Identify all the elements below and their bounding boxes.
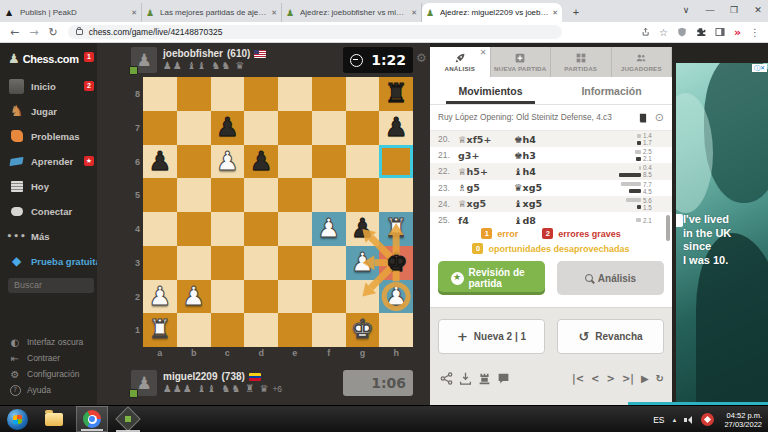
move-row-21[interactable]: 21.g3+♚h32.52.1 bbox=[430, 147, 672, 163]
b-time: 1.7 bbox=[604, 140, 658, 146]
black-move[interactable]: ♝d8 bbox=[514, 215, 586, 224]
analysis-button[interactable]: Análisis bbox=[557, 261, 664, 295]
black-move[interactable]: ♚h4 bbox=[514, 134, 586, 145]
w-time: 1.4 bbox=[604, 133, 658, 139]
logo-brand: Chess.com bbox=[23, 53, 79, 65]
square-g7[interactable] bbox=[346, 111, 380, 145]
move-row-25[interactable]: 25.f4♝d82.1 bbox=[430, 212, 672, 224]
top-player-clock: 1:22 bbox=[343, 47, 413, 73]
bottom-captured-pieces: ♟♟♟ ♝♝ ♞♞ ♜ ♛+6 bbox=[163, 383, 282, 394]
square-c3[interactable] bbox=[211, 246, 245, 280]
move-times: 2.52.1 bbox=[604, 149, 658, 162]
move-number: 22. bbox=[438, 166, 458, 176]
square-d3[interactable] bbox=[244, 246, 278, 280]
board-settings-gear-icon[interactable]: ⚙ bbox=[416, 51, 427, 65]
avatar-pawn-icon: ♟ bbox=[136, 50, 151, 70]
white-move[interactable]: ♕h5+ bbox=[458, 166, 514, 177]
time-value: 2.5 bbox=[641, 148, 658, 155]
sidebar-item-label: Inicio bbox=[31, 81, 56, 92]
summary-count: 2 bbox=[542, 228, 553, 239]
avatar-icon bbox=[9, 79, 24, 94]
time-value: 2.1 bbox=[641, 155, 658, 162]
menu-dots-icon[interactable]: ⋮ bbox=[750, 27, 760, 38]
square-d6[interactable]: ♟ bbox=[244, 145, 278, 179]
ad-text-line: in the UK bbox=[683, 227, 731, 241]
square-b8[interactable] bbox=[177, 77, 211, 111]
square-g6[interactable] bbox=[346, 145, 380, 179]
chess-pawn-favicon: ♟ bbox=[426, 8, 436, 18]
move-times: 7.74.5 bbox=[604, 181, 658, 194]
rank-label-2: 2 bbox=[129, 292, 140, 302]
ad-art bbox=[676, 214, 683, 227]
black-move[interactable]: ♚h3 bbox=[514, 150, 586, 161]
ve-flag-icon bbox=[249, 373, 261, 381]
square-e7[interactable] bbox=[278, 111, 312, 145]
notification-badge: 1 bbox=[84, 52, 94, 62]
square-b4[interactable] bbox=[177, 212, 211, 246]
square-e2[interactable] bbox=[278, 280, 312, 314]
prev-move-icon[interactable]: < bbox=[591, 373, 599, 384]
white-move[interactable]: f4 bbox=[458, 215, 514, 224]
tray-time: 04:52 p.m. bbox=[724, 411, 762, 420]
white-move[interactable]: ♕xg5 bbox=[458, 198, 514, 209]
sidebar-footer-ayuda[interactable]: ?Ayuda bbox=[9, 383, 51, 397]
square-e3[interactable] bbox=[278, 246, 312, 280]
player-username: joebobfisher bbox=[163, 48, 223, 59]
square-h2[interactable]: ♟ bbox=[379, 280, 413, 314]
square-e1[interactable] bbox=[278, 313, 312, 347]
square-e4[interactable] bbox=[278, 212, 312, 246]
file-label-h: h bbox=[379, 348, 413, 358]
panel-tab-análisis[interactable]: ANÁLISIS✕ bbox=[430, 47, 491, 77]
tray-expand-icon[interactable]: ▲ bbox=[672, 417, 678, 423]
tab-title: Ajedrez: miguel2209 vs joebobfis bbox=[440, 8, 549, 17]
opening-name[interactable]: Ruy López Opening: Old Steinitz Defense,… bbox=[438, 113, 616, 122]
tab-row: ▲Publish | PeakD✕♟Las mejores partidas d… bbox=[2, 3, 562, 22]
knight-icon: ♞ bbox=[9, 104, 24, 119]
move-number: 20. bbox=[438, 134, 458, 144]
move-number: 25. bbox=[438, 215, 458, 224]
dots-icon: ••• bbox=[9, 229, 24, 244]
move-times: 0.48.5 bbox=[604, 165, 658, 178]
square-e8[interactable] bbox=[278, 77, 312, 111]
move-row-23[interactable]: 23.♗g5♛xg57.74.5 bbox=[430, 180, 672, 196]
white-move[interactable]: ♗g5 bbox=[458, 182, 514, 193]
b-time: 8.5 bbox=[604, 172, 658, 178]
window-controls: ∨ — ❐ ✕ bbox=[680, 0, 764, 20]
reload-icon[interactable]: ↻ bbox=[48, 26, 57, 39]
move-times: 5.61.5 bbox=[604, 197, 658, 210]
sidebar-item-label: Aprender bbox=[31, 156, 73, 167]
sidebar-item-label: Conectar bbox=[31, 206, 72, 217]
diamond-icon: ◆ bbox=[9, 254, 24, 269]
square-a5[interactable] bbox=[143, 178, 177, 212]
browser-tab[interactable]: ♟Ajedrez: miguel2209 vs joebobfis✕ bbox=[422, 3, 562, 22]
panel-tab-label: JUGADORES bbox=[621, 65, 662, 72]
opening-row: Ruy López Opening: Old Steinitz Defense,… bbox=[430, 105, 672, 131]
file-label-c: c bbox=[211, 348, 245, 358]
rematch-section: + Nueva 2 | 1 ↺ Revancha |<<>>|▶↻ bbox=[430, 307, 672, 406]
time-bar bbox=[626, 198, 641, 202]
tab-title: Publish | PeakD bbox=[20, 8, 128, 17]
black-pawn: ♟ bbox=[249, 145, 272, 179]
square-e5[interactable] bbox=[278, 178, 312, 212]
summary-count: 1 bbox=[481, 228, 492, 239]
summary-label: errores graves bbox=[558, 229, 621, 239]
forward-icon[interactable]: → bbox=[29, 26, 38, 39]
time-value: 2.1 bbox=[641, 217, 658, 224]
square-a2[interactable]: ♟ bbox=[143, 280, 177, 314]
captured-glyphs: ♟♟♟ ♝♝ ♞♞ ♜ ♛ bbox=[163, 383, 269, 394]
move-times: 1.41.7 bbox=[604, 133, 658, 146]
square-h8[interactable]: ♜ bbox=[379, 77, 413, 111]
square-h6[interactable] bbox=[379, 145, 413, 179]
square-e6[interactable] bbox=[278, 145, 312, 179]
rank-label-5: 5 bbox=[129, 190, 140, 200]
bookmark-star-icon[interactable]: ☆ bbox=[659, 27, 668, 38]
browser-tab[interactable]: ♟Ajedrez: joebobfisher vs miguel2✕ bbox=[282, 3, 422, 22]
close-icon[interactable]: ✕ bbox=[480, 48, 487, 57]
back-icon[interactable]: ← bbox=[10, 26, 19, 39]
game-review-button[interactable]: ★ Revisión de partida bbox=[438, 261, 545, 295]
sidebar-item-jugar[interactable]: ♞Jugar bbox=[9, 102, 94, 120]
square-c2[interactable] bbox=[211, 280, 245, 314]
file-label-d: d bbox=[244, 348, 278, 358]
time-bar bbox=[629, 189, 641, 193]
square-f2[interactable] bbox=[312, 280, 346, 314]
rank-label-1: 1 bbox=[129, 325, 140, 335]
square-c4[interactable] bbox=[211, 212, 245, 246]
panel-tab-partidas[interactable]: PARTIDAS bbox=[551, 47, 612, 77]
avatar-pawn-icon: ♟ bbox=[136, 373, 151, 393]
review-star-icon: ★ bbox=[451, 272, 464, 285]
sidebar-item-aprender[interactable]: Aprender★ bbox=[9, 152, 94, 170]
square-h3[interactable]: ♚ bbox=[379, 246, 413, 280]
square-h4[interactable]: ♜ bbox=[379, 212, 413, 246]
taskbar-photo-app[interactable] bbox=[112, 406, 144, 432]
move-number: 24. bbox=[438, 199, 458, 209]
players-icon bbox=[636, 53, 646, 63]
white-pawn: ♟ bbox=[317, 212, 340, 246]
rank-label-6: 6 bbox=[129, 157, 140, 167]
taskbar-clock[interactable]: 04:52 p.m. 27/03/2022 bbox=[724, 411, 762, 429]
top-player-name[interactable]: joebobfisher (610) bbox=[163, 48, 266, 59]
square-f7[interactable] bbox=[312, 111, 346, 145]
move-times-icon[interactable]: ⊙ bbox=[655, 111, 664, 124]
square-b5[interactable] bbox=[177, 178, 211, 212]
sidebar-item-inicio[interactable]: Inicio2 bbox=[9, 77, 94, 95]
b-time: 1.5 bbox=[604, 204, 658, 210]
new-game-button[interactable]: + Nueva 2 | 1 bbox=[438, 319, 545, 354]
white-rook: ♜ bbox=[384, 212, 407, 246]
square-f4[interactable]: ♟ bbox=[312, 212, 346, 246]
replay-icon[interactable]: ↻ bbox=[656, 373, 664, 384]
time-value: 8.5 bbox=[641, 171, 658, 178]
chesscom-logo[interactable]: ♟ Chess.com 1 bbox=[8, 51, 79, 66]
tray-app-icon[interactable] bbox=[701, 413, 714, 426]
square-d2[interactable] bbox=[244, 280, 278, 314]
new-tab-button[interactable]: + bbox=[568, 5, 584, 21]
tray-date: 27/03/2022 bbox=[724, 420, 762, 429]
time-value: 1.5 bbox=[641, 204, 658, 211]
tab-close-icon[interactable]: ✕ bbox=[131, 9, 137, 17]
tab-close-icon[interactable]: ✕ bbox=[411, 9, 417, 17]
square-c1[interactable] bbox=[211, 313, 245, 347]
hive-keychain-icon[interactable]: » bbox=[734, 26, 741, 39]
chat-icon bbox=[9, 204, 24, 219]
square-c6[interactable]: ♟ bbox=[211, 145, 245, 179]
top-player-avatar[interactable]: ♟ bbox=[131, 47, 157, 73]
rank-label-4: 4 bbox=[129, 224, 140, 234]
share-icon[interactable] bbox=[640, 27, 650, 37]
black-king: ♚ bbox=[384, 246, 407, 280]
white-pawn: ♟ bbox=[216, 145, 239, 179]
square-h7[interactable]: ♟ bbox=[379, 111, 413, 145]
move-row-20[interactable]: 20.♕xf5+♚h41.41.7 bbox=[430, 131, 672, 147]
grid-icon bbox=[576, 53, 586, 63]
logo-pawn-icon: ♟ bbox=[8, 51, 20, 66]
square-b1[interactable] bbox=[177, 313, 211, 347]
tab-informacion[interactable]: Información bbox=[551, 77, 672, 104]
square-d1[interactable] bbox=[244, 313, 278, 347]
sidebar-item-problemas[interactable]: Problemas bbox=[9, 127, 94, 145]
white-pawn: ♟ bbox=[182, 280, 205, 314]
square-b6[interactable] bbox=[177, 145, 211, 179]
graduation-cap-icon bbox=[9, 154, 24, 169]
square-h1[interactable] bbox=[379, 313, 413, 347]
player-rating: (610) bbox=[227, 48, 250, 59]
browser-tab-strip: ▲Publish | PeakD✕♟Las mejores partidas d… bbox=[0, 0, 768, 22]
square-g2[interactable] bbox=[346, 280, 380, 314]
chess-board[interactable]: ♜♟♟♟♟♟♟♟♜♟♚♟♟♟♜♚ bbox=[143, 77, 413, 347]
extension-puzzle-icon[interactable] bbox=[696, 27, 706, 37]
bottom-player-avatar[interactable]: ♟ bbox=[131, 370, 157, 396]
tab-close-icon[interactable]: ✕ bbox=[271, 9, 277, 17]
summary-label: oportunidades desaprovechadas bbox=[488, 244, 629, 254]
square-c8[interactable] bbox=[211, 77, 245, 111]
square-a4[interactable] bbox=[143, 212, 177, 246]
square-f8[interactable] bbox=[312, 77, 346, 111]
bottom-player-clock: 1:06 bbox=[343, 370, 413, 396]
game-summary: 1error2errores graves0oportunidades desa… bbox=[430, 226, 672, 256]
square-b7[interactable] bbox=[177, 111, 211, 145]
square-a8[interactable] bbox=[143, 77, 177, 111]
square-c7[interactable]: ♟ bbox=[211, 111, 245, 145]
sidebar-footer-interfaz-oscura[interactable]: ◐Interfaz oscura bbox=[9, 335, 83, 349]
share-icon[interactable] bbox=[440, 372, 453, 385]
square-g5[interactable] bbox=[346, 178, 380, 212]
white-rook: ♜ bbox=[148, 313, 171, 347]
square-a3[interactable] bbox=[143, 246, 177, 280]
browser-tab[interactable]: ♟Las mejores partidas de ajedrez c✕ bbox=[142, 3, 282, 22]
shield-icon[interactable] bbox=[677, 27, 687, 37]
last-move-icon[interactable]: >| bbox=[622, 373, 634, 384]
news-icon bbox=[9, 179, 24, 194]
black-move[interactable]: ♝xg5 bbox=[514, 198, 586, 209]
panel-tab-label: NUEVA PARTIDA bbox=[494, 65, 546, 72]
online-indicator bbox=[129, 66, 138, 75]
square-f3[interactable] bbox=[312, 246, 346, 280]
ad-art bbox=[704, 63, 768, 203]
move-list[interactable]: 20.♕xf5+♚h41.41.721.g3+♚h32.52.122.♕h5+♝… bbox=[430, 131, 672, 224]
maximize-button[interactable]: ❐ bbox=[728, 5, 740, 15]
square-b2[interactable]: ♟ bbox=[177, 280, 211, 314]
panel-tab-jugadores[interactable]: JUGADORES bbox=[612, 47, 673, 77]
w-time: 5.6 bbox=[604, 197, 658, 203]
square-a1[interactable]: ♜ bbox=[143, 313, 177, 347]
square-a7[interactable] bbox=[143, 111, 177, 145]
chess-pawn-favicon: ♟ bbox=[286, 8, 296, 18]
sidebar-item-más[interactable]: •••Más bbox=[9, 227, 94, 245]
peakd-favicon: ▲ bbox=[6, 8, 16, 18]
black-pawn: ♟ bbox=[384, 111, 407, 145]
w-time: 7.7 bbox=[604, 181, 658, 187]
bottom-player-name[interactable]: miguel2209 (738) bbox=[163, 371, 261, 382]
taskbar-chrome[interactable] bbox=[76, 406, 108, 432]
square-g8[interactable] bbox=[346, 77, 380, 111]
square-g1[interactable]: ♚ bbox=[346, 313, 380, 347]
plus-icon: + bbox=[457, 329, 468, 344]
windows-logo-icon bbox=[13, 415, 22, 425]
flip-board-icon[interactable] bbox=[478, 372, 491, 385]
taskbar-explorer[interactable] bbox=[38, 406, 70, 432]
autoplay-icon[interactable]: ▶ bbox=[641, 373, 649, 384]
tab-close-icon[interactable]: ✕ bbox=[552, 9, 558, 17]
tab-movimientos[interactable]: Movimientos bbox=[430, 77, 551, 104]
move-times: 2.1 bbox=[604, 217, 658, 223]
move-number: 23. bbox=[438, 183, 458, 193]
file-label-g: g bbox=[346, 348, 380, 358]
rematch-button[interactable]: ↺ Revancha bbox=[557, 319, 664, 354]
ad-banner[interactable]: I've livedin the UKsinceI was 10. ⓘ✕ bbox=[676, 63, 768, 405]
square-b3[interactable] bbox=[177, 246, 211, 280]
sidebar-item-conectar[interactable]: Conectar bbox=[9, 202, 94, 220]
w-time: 2.1 bbox=[604, 217, 658, 223]
time-value: 5.6 bbox=[641, 197, 658, 204]
sidebar-item-hoy[interactable]: Hoy bbox=[9, 177, 94, 195]
close-button[interactable]: ✕ bbox=[752, 5, 764, 15]
time-value: 1.4 bbox=[641, 132, 658, 139]
time-value: 7.7 bbox=[641, 181, 658, 188]
tab-search-icon[interactable]: ∨ bbox=[680, 5, 692, 15]
search-input[interactable]: Buscar bbox=[8, 278, 94, 293]
square-d7[interactable] bbox=[244, 111, 278, 145]
file-label-f: f bbox=[312, 348, 346, 358]
side-panel-icon[interactable] bbox=[715, 27, 725, 37]
square-c5[interactable] bbox=[211, 178, 245, 212]
square-f6[interactable] bbox=[312, 145, 346, 179]
footer-item-label: Contraer bbox=[27, 353, 60, 363]
black-move[interactable]: ♛xg5 bbox=[514, 182, 586, 193]
footer-item-label: Configuración bbox=[27, 369, 79, 379]
adchoices-icon[interactable]: ⓘ✕ bbox=[752, 64, 767, 72]
sidebar-item-prueba-gratuita[interactable]: ◆Prueba gratuita bbox=[9, 252, 94, 270]
w-time: 2.5 bbox=[604, 149, 658, 155]
time-value: 1.7 bbox=[641, 139, 658, 146]
square-f5[interactable] bbox=[312, 178, 346, 212]
start-button[interactable] bbox=[7, 409, 28, 430]
top-captured-pieces: ♟♟ ♝♝ ♞♞ ♛ bbox=[163, 60, 245, 71]
next-move-icon[interactable]: > bbox=[606, 373, 614, 384]
white-move[interactable]: g3+ bbox=[458, 150, 514, 161]
url-bar[interactable]: chess.com/game/live/42148870325 bbox=[68, 25, 562, 39]
panel-tab-nueva-partida[interactable]: NUEVA PARTIDA bbox=[491, 47, 552, 77]
sidebar-footer-contraer[interactable]: ⇤Contraer bbox=[9, 351, 60, 365]
panel-subtabs: Movimientos Información bbox=[430, 77, 672, 105]
material-advantage: +6 bbox=[272, 384, 282, 394]
footer-item-label: Ayuda bbox=[27, 385, 51, 395]
plus-icon bbox=[515, 53, 525, 63]
player-username: miguel2209 bbox=[163, 371, 217, 382]
black-rook: ♜ bbox=[384, 77, 407, 111]
chat-icon[interactable] bbox=[497, 372, 510, 385]
square-f1[interactable] bbox=[312, 313, 346, 347]
square-g3[interactable]: ♟ bbox=[346, 246, 380, 280]
white-move[interactable]: ♕xf5+ bbox=[458, 134, 514, 145]
black-move[interactable]: ♝h4 bbox=[514, 166, 586, 177]
collapse-icon: ⇤ bbox=[9, 352, 21, 364]
black-pawn: ♟ bbox=[148, 145, 171, 179]
language-indicator[interactable]: ES bbox=[653, 415, 664, 425]
black-pawn: ♟ bbox=[216, 111, 239, 145]
chesscom-sidebar: ♟ Chess.com 1 Inicio2♞JugarProblemasApre… bbox=[0, 43, 97, 405]
chess-pawn-favicon: ♟ bbox=[146, 8, 156, 18]
white-king: ♚ bbox=[351, 313, 374, 347]
tab-title: Las mejores partidas de ajedrez c bbox=[160, 8, 268, 17]
magnifier-icon bbox=[585, 274, 593, 282]
summary-label: error bbox=[497, 229, 518, 239]
square-d4[interactable] bbox=[244, 212, 278, 246]
download-icon[interactable] bbox=[459, 372, 472, 385]
file-label-b: b bbox=[177, 348, 211, 358]
rank-label-8: 8 bbox=[129, 89, 140, 99]
system-tray: ES ▲ 04:52 p.m. 27/03/2022 bbox=[653, 406, 762, 432]
white-pawn: ♟ bbox=[351, 246, 374, 280]
sidebar-footer-configuración[interactable]: ⚙Configuración bbox=[9, 367, 79, 381]
move-nav-controls: |<<>>|▶↻ bbox=[572, 373, 664, 384]
ad-text: I've livedin the UKsinceI was 10. bbox=[683, 213, 731, 267]
sidebar-item-label: Problemas bbox=[31, 131, 80, 142]
square-d5[interactable] bbox=[244, 178, 278, 212]
minimize-button[interactable]: — bbox=[704, 5, 716, 15]
summary-row: 0oportunidades desaprovechadas bbox=[430, 241, 672, 256]
first-move-icon[interactable]: |< bbox=[572, 373, 584, 384]
square-d8[interactable] bbox=[244, 77, 278, 111]
clock-time: 1:06 bbox=[371, 375, 406, 391]
time-bar bbox=[619, 173, 641, 177]
lock-icon bbox=[76, 29, 83, 35]
volume-icon[interactable] bbox=[684, 415, 694, 425]
sidebar-item-label: Hoy bbox=[31, 181, 49, 192]
contrast-icon: ◐ bbox=[9, 336, 21, 348]
black-pawn: ♟ bbox=[351, 212, 374, 246]
sidebar-item-label: Jugar bbox=[31, 106, 57, 117]
move-number: 21. bbox=[438, 150, 458, 160]
move-row-22[interactable]: 22.♕h5+♝h40.48.5 bbox=[430, 163, 672, 179]
square-a6[interactable]: ♟ bbox=[143, 145, 177, 179]
square-h5[interactable] bbox=[379, 178, 413, 212]
panel-tab-label: PARTIDAS bbox=[564, 65, 597, 72]
opening-book-icon[interactable] bbox=[638, 109, 648, 127]
move-row-24[interactable]: 24.♕xg5♝xg55.61.5 bbox=[430, 196, 672, 212]
share-bar: |<<>>|▶↻ bbox=[440, 372, 664, 385]
rank-label-7: 7 bbox=[129, 123, 140, 133]
square-g4[interactable]: ♟ bbox=[346, 212, 380, 246]
browser-tab[interactable]: ▲Publish | PeakD✕ bbox=[2, 3, 142, 22]
rank-label-3: 3 bbox=[129, 258, 140, 268]
us-flag-icon bbox=[254, 50, 266, 58]
sidebar-item-label: Prueba gratuita bbox=[31, 256, 101, 267]
